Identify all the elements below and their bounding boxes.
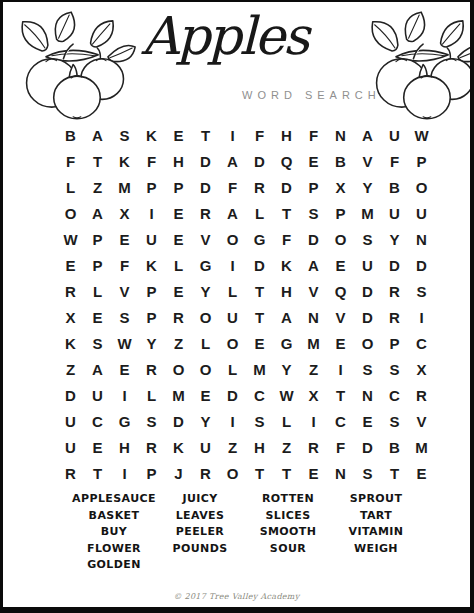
grid-cell[interactable]: X [408, 356, 435, 382]
grid-cell[interactable]: B [57, 122, 84, 148]
grid-cell[interactable]: F [111, 252, 138, 278]
grid-cell[interactable]: U [381, 200, 408, 226]
grid-cell[interactable]: Z [273, 434, 300, 460]
grid-cell[interactable]: M [165, 382, 192, 408]
grid-cell[interactable]: S [381, 408, 408, 434]
grid-cell[interactable]: L [219, 278, 246, 304]
grid-cell[interactable]: B [381, 174, 408, 200]
grid-cell[interactable]: T [246, 304, 273, 330]
grid-cell[interactable]: S [354, 226, 381, 252]
grid-cell[interactable]: O [165, 356, 192, 382]
grid-cell[interactable]: J [165, 460, 192, 486]
grid-cell[interactable]: I [327, 356, 354, 382]
grid-cell[interactable]: I [219, 122, 246, 148]
grid-cell[interactable]: K [138, 122, 165, 148]
grid-cell[interactable]: R [300, 434, 327, 460]
grid-cell[interactable]: V [354, 148, 381, 174]
grid-cell[interactable]: E [111, 356, 138, 382]
grid-cell[interactable]: Y [381, 226, 408, 252]
word-list-item: WEIGH [331, 541, 421, 558]
grid-cell[interactable]: N [408, 226, 435, 252]
grid-cell[interactable]: F [327, 434, 354, 460]
grid-cell[interactable]: K [57, 330, 84, 356]
grid-cell[interactable]: D [300, 226, 327, 252]
grid-cell[interactable]: S [111, 122, 138, 148]
grid-cell[interactable]: T [84, 148, 111, 174]
grid-cell[interactable]: U [408, 200, 435, 226]
grid-cell[interactable]: D [381, 252, 408, 278]
grid-cell[interactable]: D [354, 278, 381, 304]
grid-cell[interactable]: R [246, 174, 273, 200]
grid-cell[interactable]: S [408, 278, 435, 304]
grid-cell[interactable]: M [408, 434, 435, 460]
grid-cell[interactable]: K [111, 148, 138, 174]
word-list-item: JUICY [155, 491, 245, 508]
grid-cell[interactable]: F [246, 122, 273, 148]
grid-cell[interactable]: R [192, 460, 219, 486]
grid-cell[interactable]: S [354, 356, 381, 382]
grid-cell[interactable]: P [381, 330, 408, 356]
grid-cell[interactable]: Z [84, 174, 111, 200]
grid-cell[interactable]: G [273, 330, 300, 356]
grid-cell[interactable]: O [354, 330, 381, 356]
grid-cell[interactable]: F [138, 148, 165, 174]
grid-cell[interactable]: O [219, 226, 246, 252]
grid-cell[interactable]: K [165, 434, 192, 460]
word-list-column: ROTTENSLICESSMOOTHSOUR [243, 491, 333, 557]
grid-cell[interactable]: F [273, 226, 300, 252]
grid-cell[interactable]: I [111, 382, 138, 408]
grid-cell[interactable]: H [111, 434, 138, 460]
grid-cell[interactable]: M [300, 330, 327, 356]
grid-cell[interactable]: R [57, 460, 84, 486]
grid-cell[interactable]: A [354, 122, 381, 148]
grid-cell[interactable]: T [246, 460, 273, 486]
grid-cell[interactable]: E [300, 148, 327, 174]
word-list: APPLESAUCEBASKETBUYFLOWERGOLDENJUICYLEAV… [3, 491, 474, 583]
grid-cell[interactable]: H [273, 278, 300, 304]
grid-cell[interactable]: F [300, 122, 327, 148]
grid-cell[interactable]: E [165, 278, 192, 304]
grid-cell[interactable]: R [165, 304, 192, 330]
grid-cell[interactable]: R [138, 434, 165, 460]
grid-cell[interactable]: R [57, 278, 84, 304]
grid-cell[interactable]: A [84, 200, 111, 226]
grid-cell[interactable]: H [165, 148, 192, 174]
grid-cell[interactable]: D [408, 252, 435, 278]
grid-cell[interactable]: H [246, 434, 273, 460]
grid-cell[interactable]: Q [273, 148, 300, 174]
grid-cell[interactable]: A [273, 304, 300, 330]
grid-cell[interactable]: S [300, 200, 327, 226]
grid-cell[interactable]: D [192, 148, 219, 174]
grid-cell[interactable]: A [84, 356, 111, 382]
grid-cell[interactable]: E [354, 408, 381, 434]
grid-cell[interactable]: V [111, 278, 138, 304]
grid-cell[interactable]: L [138, 382, 165, 408]
grid-cell[interactable]: P [138, 278, 165, 304]
grid-cell[interactable]: C [327, 408, 354, 434]
grid-cell[interactable]: L [246, 200, 273, 226]
grid-cell[interactable]: U [84, 382, 111, 408]
grid-cell[interactable]: E [165, 122, 192, 148]
word-list-item: LEAVES [155, 508, 245, 525]
grid-cell[interactable]: I [300, 408, 327, 434]
page-subtitle: WORD SEARCH [242, 89, 381, 101]
grid-cell[interactable]: G [111, 408, 138, 434]
grid-cell[interactable]: A [219, 148, 246, 174]
grid-cell[interactable]: E [84, 434, 111, 460]
grid-cell[interactable]: L [192, 330, 219, 356]
grid-cell[interactable]: X [57, 304, 84, 330]
grid-cell[interactable]: V [327, 304, 354, 330]
grid-cell[interactable]: P [138, 460, 165, 486]
word-list-item: SMOOTH [243, 524, 333, 541]
grid-cell[interactable]: M [354, 200, 381, 226]
grid-cell[interactable]: L [165, 252, 192, 278]
grid-cell[interactable]: E [84, 304, 111, 330]
grid-cell[interactable]: K [273, 252, 300, 278]
grid-cell[interactable]: D [354, 304, 381, 330]
grid-cell[interactable]: C [381, 382, 408, 408]
grid-cell[interactable]: F [57, 148, 84, 174]
grid-cell[interactable]: C [246, 382, 273, 408]
grid-cell[interactable]: L [57, 174, 84, 200]
grid-cell[interactable]: L [84, 278, 111, 304]
grid-cell[interactable]: A [300, 252, 327, 278]
grid-cell[interactable]: W [111, 330, 138, 356]
grid-cell[interactable]: Y [192, 278, 219, 304]
grid-cell[interactable]: Y [273, 356, 300, 382]
word-list-column: SPROUTTARTVITAMINWEIGH [331, 491, 421, 557]
grid-cell[interactable]: E [57, 252, 84, 278]
grid-cell[interactable]: N [327, 122, 354, 148]
grid-cell[interactable]: T [327, 382, 354, 408]
grid-cell[interactable]: D [246, 148, 273, 174]
grid-cell[interactable]: K [138, 252, 165, 278]
grid-cell[interactable]: U [219, 304, 246, 330]
grid-cell[interactable]: T [273, 460, 300, 486]
grid-cell[interactable]: E [327, 330, 354, 356]
grid-cell[interactable]: T [381, 460, 408, 486]
grid-cell[interactable]: O [57, 200, 84, 226]
grid-cell[interactable]: P [138, 304, 165, 330]
grid-cell[interactable]: X [111, 200, 138, 226]
grid-cell[interactable]: P [408, 148, 435, 174]
grid-cell[interactable]: Y [354, 174, 381, 200]
grid-cell[interactable]: S [381, 356, 408, 382]
grid-cell[interactable]: E [327, 252, 354, 278]
grid-cell[interactable]: L [273, 408, 300, 434]
grid-cell[interactable]: H [273, 122, 300, 148]
grid-cell[interactable]: F [219, 174, 246, 200]
grid-cell[interactable]: V [192, 226, 219, 252]
grid-cell[interactable]: I [138, 200, 165, 226]
grid-cell[interactable]: S [111, 304, 138, 330]
grid-cell[interactable]: U [381, 122, 408, 148]
grid-cell[interactable]: D [273, 174, 300, 200]
grid-cell[interactable]: L [219, 356, 246, 382]
grid-cell[interactable]: E [111, 226, 138, 252]
grid-cell[interactable]: O [192, 356, 219, 382]
grid-cell[interactable]: E [408, 460, 435, 486]
grid-cell[interactable]: T [246, 278, 273, 304]
apples-illustration-right [363, 8, 474, 120]
grid-cell[interactable]: B [381, 434, 408, 460]
grid-cell[interactable]: A [84, 122, 111, 148]
grid-cell[interactable]: U [57, 408, 84, 434]
grid-cell[interactable]: M [111, 174, 138, 200]
grid-cell[interactable]: V [300, 278, 327, 304]
grid-cell[interactable]: O [327, 226, 354, 252]
grid-cell[interactable]: D [219, 382, 246, 408]
grid-cell[interactable]: Y [138, 330, 165, 356]
grid-cell[interactable]: E [246, 330, 273, 356]
grid-cell[interactable]: O [408, 174, 435, 200]
grid-cell[interactable]: D [246, 252, 273, 278]
grid-cell[interactable]: G [246, 226, 273, 252]
grid-cell[interactable]: S [354, 460, 381, 486]
grid-cell[interactable]: P [165, 174, 192, 200]
grid-cell[interactable]: N [327, 460, 354, 486]
grid-cell[interactable]: E [165, 200, 192, 226]
grid-cell[interactable]: Z [300, 356, 327, 382]
word-list-item: TART [331, 508, 421, 525]
grid-cell[interactable]: U [138, 226, 165, 252]
grid-cell[interactable]: S [84, 330, 111, 356]
word-list-item: PEELER [155, 524, 245, 541]
grid-cell[interactable]: W [57, 226, 84, 252]
grid-cell[interactable]: W [273, 382, 300, 408]
grid-cell[interactable]: P [327, 200, 354, 226]
grid-cell[interactable]: U [192, 434, 219, 460]
grid-cell[interactable]: D [165, 408, 192, 434]
grid-cell[interactable]: I [219, 252, 246, 278]
grid-cell[interactable]: R [138, 356, 165, 382]
word-search-grid: BASKETIFHFNAUWFTKFHDADQEBVFPLZMPPDFRDPXY… [57, 122, 435, 486]
grid-cell[interactable]: R [408, 382, 435, 408]
grid-cell[interactable]: P [84, 252, 111, 278]
word-list-column: JUICYLEAVESPEELERPOUNDS [155, 491, 245, 557]
grid-cell[interactable]: Q [327, 278, 354, 304]
grid-cell[interactable]: P [300, 174, 327, 200]
worksheet-page: Apples WORD SEARCH BASKETIFHFNAUWFTKFH [0, 0, 474, 613]
grid-cell[interactable]: X [327, 174, 354, 200]
word-list-item: VITAMIN [331, 524, 421, 541]
grid-cell[interactable]: P [84, 226, 111, 252]
grid-cell[interactable]: X [300, 382, 327, 408]
grid-cell[interactable]: C [84, 408, 111, 434]
grid-cell[interactable]: U [57, 434, 84, 460]
grid-cell[interactable]: M [246, 356, 273, 382]
grid-cell[interactable]: Y [192, 408, 219, 434]
grid-cell[interactable]: S [246, 408, 273, 434]
grid-cell[interactable]: U [354, 252, 381, 278]
word-list-item: SPROUT [331, 491, 421, 508]
grid-cell[interactable]: R [381, 304, 408, 330]
grid-cell[interactable]: S [138, 408, 165, 434]
grid-cell[interactable]: A [219, 200, 246, 226]
grid-cell[interactable]: E [300, 460, 327, 486]
grid-cell[interactable]: Z [165, 330, 192, 356]
grid-cell[interactable]: D [192, 174, 219, 200]
grid-cell[interactable]: N [354, 382, 381, 408]
grid-cell[interactable]: T [84, 460, 111, 486]
grid-cell[interactable]: Z [57, 356, 84, 382]
grid-cell[interactable]: W [408, 122, 435, 148]
grid-cell[interactable]: T [273, 200, 300, 226]
word-list-item: POUNDS [155, 541, 245, 558]
grid-cell[interactable]: R [192, 200, 219, 226]
grid-cell[interactable]: F [381, 148, 408, 174]
grid-cell[interactable]: C [408, 330, 435, 356]
grid-cell[interactable]: O [219, 330, 246, 356]
grid-cell[interactable]: O [192, 304, 219, 330]
grid-cell[interactable]: I [408, 304, 435, 330]
word-list-item: SLICES [243, 508, 333, 525]
grid-cell[interactable]: P [138, 174, 165, 200]
word-list-item: SOUR [243, 541, 333, 558]
grid-cell[interactable]: I [111, 460, 138, 486]
grid-cell[interactable]: V [408, 408, 435, 434]
grid-cell[interactable]: D [57, 382, 84, 408]
grid-cell[interactable]: E [165, 226, 192, 252]
grid-cell[interactable]: B [327, 148, 354, 174]
grid-cell[interactable]: O [219, 460, 246, 486]
grid-cell[interactable]: E [192, 382, 219, 408]
grid-cell[interactable]: I [219, 408, 246, 434]
grid-cell[interactable]: D [354, 434, 381, 460]
grid-cell[interactable]: T [192, 122, 219, 148]
grid-cell[interactable]: R [381, 278, 408, 304]
grid-cell[interactable]: N [300, 304, 327, 330]
copyright-text: © 2017 Tree Valley Academy [3, 592, 470, 601]
grid-cell[interactable]: Z [219, 434, 246, 460]
word-list-item: GOLDEN [54, 557, 174, 574]
grid-cell[interactable]: G [192, 252, 219, 278]
word-list-item: ROTTEN [243, 491, 333, 508]
